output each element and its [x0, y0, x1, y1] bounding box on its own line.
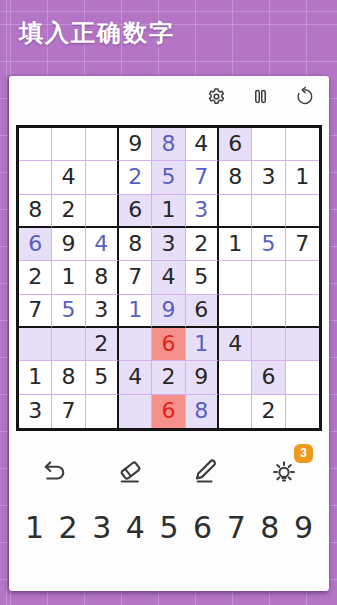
- cell-r6c7[interactable]: [219, 295, 252, 328]
- cell-r7c1[interactable]: [19, 328, 52, 361]
- cell-r6c8[interactable]: [252, 295, 285, 328]
- numpad-6[interactable]: 6: [193, 513, 212, 543]
- cell-r8c6[interactable]: 9: [186, 361, 219, 394]
- cell-r1c8[interactable]: [252, 128, 285, 161]
- cell-r6c1[interactable]: 7: [19, 295, 52, 328]
- cell-r8c8[interactable]: 6: [252, 361, 285, 394]
- cell-r2c6[interactable]: 7: [186, 161, 219, 194]
- pause-icon: [250, 95, 271, 110]
- top-icon-row: [9, 76, 329, 108]
- restart-button[interactable]: [294, 86, 315, 107]
- cell-r5c2[interactable]: 1: [52, 261, 85, 294]
- cell-r7c3[interactable]: 2: [86, 328, 119, 361]
- cell-r2c9[interactable]: 1: [286, 161, 319, 194]
- undo-button[interactable]: [39, 456, 69, 486]
- cell-r7c4[interactable]: [119, 328, 152, 361]
- page-title: 填入正确数字: [19, 17, 175, 49]
- cell-r2c8[interactable]: 3: [252, 161, 285, 194]
- cell-r1c6[interactable]: 4: [186, 128, 219, 161]
- hint-badge: 3: [294, 444, 313, 463]
- cell-r3c6[interactable]: 3: [186, 195, 219, 228]
- cell-r3c8[interactable]: [252, 195, 285, 228]
- bulb-icon: [269, 474, 299, 489]
- cell-r9c3[interactable]: [86, 395, 119, 428]
- restart-icon: [294, 95, 315, 110]
- cell-r7c2[interactable]: [52, 328, 85, 361]
- cell-r9c7[interactable]: [219, 395, 252, 428]
- cell-r5c6[interactable]: 5: [186, 261, 219, 294]
- cell-r5c4[interactable]: 7: [119, 261, 152, 294]
- cell-r3c5[interactable]: 1: [152, 195, 185, 228]
- cell-r4c5[interactable]: 3: [152, 228, 185, 261]
- cell-r1c5[interactable]: 8: [152, 128, 185, 161]
- cell-r4c4[interactable]: 8: [119, 228, 152, 261]
- gear-icon: [206, 95, 227, 110]
- cell-r8c3[interactable]: 5: [86, 361, 119, 394]
- game-card: 9846425783182613694832157218745753196261…: [9, 76, 329, 591]
- cell-r6c9[interactable]: [286, 295, 319, 328]
- cell-r1c1[interactable]: [19, 128, 52, 161]
- cell-r1c2[interactable]: [52, 128, 85, 161]
- cell-r4c6[interactable]: 2: [186, 228, 219, 261]
- pencil-button[interactable]: [192, 456, 222, 486]
- cell-r2c1[interactable]: [19, 161, 52, 194]
- cell-r3c2[interactable]: 2: [52, 195, 85, 228]
- numpad-4[interactable]: 4: [126, 513, 145, 543]
- cell-r6c3[interactable]: 3: [86, 295, 119, 328]
- cell-r3c9[interactable]: [286, 195, 319, 228]
- cell-r1c3[interactable]: [86, 128, 119, 161]
- cell-r6c2[interactable]: 5: [52, 295, 85, 328]
- cell-r8c2[interactable]: 8: [52, 361, 85, 394]
- settings-button[interactable]: [206, 86, 227, 107]
- cell-r7c8[interactable]: [252, 328, 285, 361]
- cell-r2c2[interactable]: 4: [52, 161, 85, 194]
- cell-r7c9[interactable]: [286, 328, 319, 361]
- cell-r8c1[interactable]: 1: [19, 361, 52, 394]
- cell-r9c2[interactable]: 7: [52, 395, 85, 428]
- numpad-7[interactable]: 7: [227, 513, 246, 543]
- eraser-icon: [116, 474, 146, 489]
- cell-r3c4[interactable]: 6: [119, 195, 152, 228]
- cell-r6c5[interactable]: 9: [152, 295, 185, 328]
- cell-r2c5[interactable]: 5: [152, 161, 185, 194]
- eraser-button[interactable]: [116, 456, 146, 486]
- app-screen: 填入正确数字: [0, 0, 337, 605]
- cell-r7c7[interactable]: 4: [219, 328, 252, 361]
- cell-r3c7[interactable]: [219, 195, 252, 228]
- numpad-9[interactable]: 9: [294, 513, 313, 543]
- cell-r8c7[interactable]: [219, 361, 252, 394]
- pause-button[interactable]: [250, 86, 271, 107]
- cell-r9c8[interactable]: 2: [252, 395, 285, 428]
- cell-r1c9[interactable]: [286, 128, 319, 161]
- numpad-1[interactable]: 1: [25, 513, 44, 543]
- cell-r9c6[interactable]: 8: [186, 395, 219, 428]
- cell-r4c8[interactable]: 5: [252, 228, 285, 261]
- numpad-3[interactable]: 3: [92, 513, 111, 543]
- cell-r8c4[interactable]: 4: [119, 361, 152, 394]
- cell-r9c9[interactable]: [286, 395, 319, 428]
- cell-r2c3[interactable]: [86, 161, 119, 194]
- cell-r6c6[interactable]: 6: [186, 295, 219, 328]
- cell-r5c7[interactable]: [219, 261, 252, 294]
- cell-r7c6[interactable]: 1: [186, 328, 219, 361]
- cell-r5c5[interactable]: 4: [152, 261, 185, 294]
- cell-r3c1[interactable]: 8: [19, 195, 52, 228]
- cell-r5c1[interactable]: 2: [19, 261, 52, 294]
- sudoku-board: 9846425783182613694832157218745753196261…: [16, 125, 322, 431]
- cell-r5c3[interactable]: 8: [86, 261, 119, 294]
- cell-r9c5[interactable]: 6: [152, 395, 185, 428]
- cell-r2c4[interactable]: 2: [119, 161, 152, 194]
- cell-r4c3[interactable]: 4: [86, 228, 119, 261]
- cell-r1c7[interactable]: 6: [219, 128, 252, 161]
- cell-r8c5[interactable]: 2: [152, 361, 185, 394]
- cell-r8c9[interactable]: [286, 361, 319, 394]
- cell-r5c8[interactable]: [252, 261, 285, 294]
- cell-r4c7[interactable]: 1: [219, 228, 252, 261]
- cell-r9c4[interactable]: [119, 395, 152, 428]
- cell-r1c4[interactable]: 9: [119, 128, 152, 161]
- cell-r3c3[interactable]: [86, 195, 119, 228]
- cell-r6c4[interactable]: 1: [119, 295, 152, 328]
- number-pad: 123456789: [9, 506, 329, 550]
- cell-r4c1[interactable]: 6: [19, 228, 52, 261]
- pencil-icon: [192, 474, 222, 489]
- toolbar: 3: [9, 448, 329, 494]
- cell-r7c5[interactable]: 6: [152, 328, 185, 361]
- hint-button[interactable]: 3: [269, 456, 299, 486]
- cell-r5c9[interactable]: [286, 261, 319, 294]
- cell-r4c9[interactable]: 7: [286, 228, 319, 261]
- numpad-2[interactable]: 2: [59, 513, 78, 543]
- numpad-5[interactable]: 5: [159, 513, 178, 543]
- undo-icon: [39, 474, 69, 489]
- cell-r9c1[interactable]: 3: [19, 395, 52, 428]
- cell-r4c2[interactable]: 9: [52, 228, 85, 261]
- numpad-8[interactable]: 8: [260, 513, 279, 543]
- cell-r2c7[interactable]: 8: [219, 161, 252, 194]
